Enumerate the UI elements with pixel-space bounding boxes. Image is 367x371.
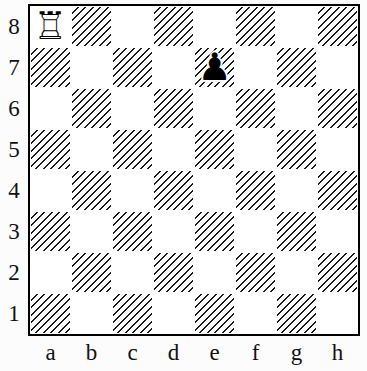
square-f1[interactable]	[235, 293, 276, 334]
square-h4[interactable]	[317, 170, 358, 211]
square-f5[interactable]	[235, 129, 276, 170]
file-label-d: d	[153, 338, 194, 368]
square-g1[interactable]	[276, 293, 317, 334]
square-a5[interactable]	[30, 129, 71, 170]
white-rook[interactable]: ♖	[33, 6, 67, 47]
rank-label-6: 6	[0, 88, 28, 129]
square-f2[interactable]	[235, 252, 276, 293]
square-c2[interactable]	[112, 252, 153, 293]
rank-label-2: 2	[0, 252, 28, 293]
file-labels: abcdefgh	[30, 338, 358, 368]
square-d4[interactable]	[153, 170, 194, 211]
square-d5[interactable]	[153, 129, 194, 170]
square-b3[interactable]	[71, 211, 112, 252]
square-e2[interactable]	[194, 252, 235, 293]
square-e7[interactable]: ♟	[194, 47, 235, 88]
square-e1[interactable]	[194, 293, 235, 334]
square-a8[interactable]: ♖	[30, 6, 71, 47]
square-a6[interactable]	[30, 88, 71, 129]
square-d3[interactable]	[153, 211, 194, 252]
square-d7[interactable]	[153, 47, 194, 88]
square-b4[interactable]	[71, 170, 112, 211]
square-f6[interactable]	[235, 88, 276, 129]
square-b2[interactable]	[71, 252, 112, 293]
square-g8[interactable]	[276, 6, 317, 47]
rank-label-1: 1	[0, 293, 28, 334]
square-g3[interactable]	[276, 211, 317, 252]
square-g5[interactable]	[276, 129, 317, 170]
square-c4[interactable]	[112, 170, 153, 211]
square-c7[interactable]	[112, 47, 153, 88]
square-d8[interactable]	[153, 6, 194, 47]
square-h3[interactable]	[317, 211, 358, 252]
file-label-h: h	[317, 338, 358, 368]
square-e6[interactable]	[194, 88, 235, 129]
square-d1[interactable]	[153, 293, 194, 334]
square-h6[interactable]	[317, 88, 358, 129]
square-h1[interactable]	[317, 293, 358, 334]
rank-label-3: 3	[0, 211, 28, 252]
square-b6[interactable]	[71, 88, 112, 129]
square-c8[interactable]	[112, 6, 153, 47]
rank-label-7: 7	[0, 47, 28, 88]
square-d6[interactable]	[153, 88, 194, 129]
square-b5[interactable]	[71, 129, 112, 170]
square-e8[interactable]	[194, 6, 235, 47]
rank-label-4: 4	[0, 170, 28, 211]
file-label-e: e	[194, 338, 235, 368]
black-pawn[interactable]: ♟	[197, 47, 231, 88]
square-g7[interactable]	[276, 47, 317, 88]
square-f4[interactable]	[235, 170, 276, 211]
chess-board: ♖♟	[28, 4, 360, 336]
square-e5[interactable]	[194, 129, 235, 170]
square-c6[interactable]	[112, 88, 153, 129]
square-g2[interactable]	[276, 252, 317, 293]
square-f3[interactable]	[235, 211, 276, 252]
square-f7[interactable]	[235, 47, 276, 88]
square-b8[interactable]	[71, 6, 112, 47]
square-f8[interactable]	[235, 6, 276, 47]
square-h8[interactable]	[317, 6, 358, 47]
square-a4[interactable]	[30, 170, 71, 211]
square-h7[interactable]	[317, 47, 358, 88]
file-label-b: b	[71, 338, 112, 368]
square-g4[interactable]	[276, 170, 317, 211]
file-label-c: c	[112, 338, 153, 368]
square-e3[interactable]	[194, 211, 235, 252]
square-c3[interactable]	[112, 211, 153, 252]
square-a2[interactable]	[30, 252, 71, 293]
square-c5[interactable]	[112, 129, 153, 170]
square-e4[interactable]	[194, 170, 235, 211]
rank-labels: 87654321	[0, 6, 28, 334]
file-label-f: f	[235, 338, 276, 368]
file-label-g: g	[276, 338, 317, 368]
rank-label-5: 5	[0, 129, 28, 170]
square-h2[interactable]	[317, 252, 358, 293]
square-b7[interactable]	[71, 47, 112, 88]
square-a1[interactable]	[30, 293, 71, 334]
file-label-a: a	[30, 338, 71, 368]
square-a7[interactable]	[30, 47, 71, 88]
square-d2[interactable]	[153, 252, 194, 293]
square-b1[interactable]	[71, 293, 112, 334]
square-c1[interactable]	[112, 293, 153, 334]
square-g6[interactable]	[276, 88, 317, 129]
square-a3[interactable]	[30, 211, 71, 252]
rank-label-8: 8	[0, 6, 28, 47]
square-h5[interactable]	[317, 129, 358, 170]
